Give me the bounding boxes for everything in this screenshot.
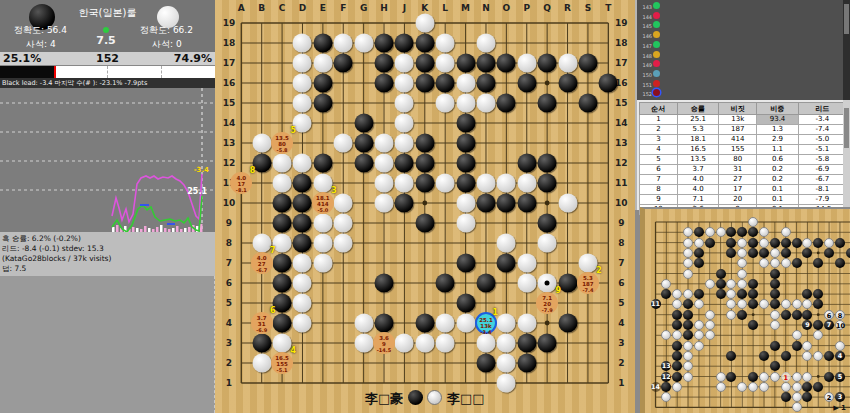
mini-stone xyxy=(726,238,736,248)
white-winrate-pct: 74.9% xyxy=(174,52,212,65)
table-cell: -3.4 xyxy=(798,115,846,125)
white-stone xyxy=(517,174,536,193)
white-stone xyxy=(415,334,434,353)
move-quality-dot xyxy=(653,41,660,48)
table-cell: 18.1 xyxy=(677,135,719,145)
table-header: 비중 xyxy=(757,103,799,115)
white-stone xyxy=(375,154,394,173)
black-stone xyxy=(456,174,475,193)
mini-stone xyxy=(792,402,802,412)
table-cell: 1.3 xyxy=(757,125,799,135)
table-row[interactable]: 84.0170.1-8.1 xyxy=(640,185,847,195)
black-stone xyxy=(436,274,455,293)
info-line: 리드: -8.4 (-0.1) stdev: 15.3 xyxy=(2,244,215,254)
variation-move-4: 4 xyxy=(835,351,845,361)
move-quality-dot xyxy=(653,21,660,28)
mini-stone xyxy=(726,372,736,382)
mini-stone xyxy=(726,351,736,361)
black-stone xyxy=(273,274,292,293)
coord-number-right: 1 xyxy=(618,378,624,388)
coord-number-right: 5 xyxy=(618,298,624,308)
coord-letter: F xyxy=(340,3,346,13)
mini-stone xyxy=(705,279,715,289)
table-cell: 187 xyxy=(719,125,757,135)
mini-stone xyxy=(792,258,802,268)
ai-suggestion-B4[interactable]: 3.731-6.9 6 xyxy=(251,312,273,334)
mini-stone xyxy=(726,289,736,299)
table-cell: 13.5 xyxy=(677,155,719,165)
coord-number-right: 8 xyxy=(618,238,624,248)
white-stone xyxy=(252,134,271,153)
coord-letter: D xyxy=(299,3,306,13)
table-cell: 0.2 xyxy=(757,165,799,175)
mini-stone xyxy=(792,392,802,402)
table-cell: 2 xyxy=(640,125,678,135)
mini-stone xyxy=(737,382,747,392)
ai-suggestion-A11[interactable]: 4.017-8.1 8 xyxy=(230,172,252,194)
mini-stone xyxy=(802,392,812,402)
white-stone xyxy=(293,94,312,113)
mini-stone xyxy=(781,351,791,361)
mini-stone xyxy=(672,351,682,361)
table-cell: 31 xyxy=(719,165,757,175)
table-cell: -7.4 xyxy=(798,125,846,135)
mini-stone xyxy=(748,320,758,330)
black-stone xyxy=(313,74,332,93)
mini-stone xyxy=(813,238,823,248)
mini-stone xyxy=(672,289,682,299)
coord-letter: S xyxy=(585,3,591,13)
graph-lead-label: -3.4 xyxy=(194,166,209,174)
move-quality-dot xyxy=(653,60,660,67)
coord-number-right: 17 xyxy=(615,58,628,68)
mini-stone xyxy=(824,238,834,248)
black-player-name: 李□豪 xyxy=(365,391,403,406)
ai-suggestion-H3[interactable]: 3.69-14.5 xyxy=(373,332,395,354)
mini-stone xyxy=(759,258,769,268)
mini-stone xyxy=(813,289,823,299)
table-cell: 3.7 xyxy=(677,165,719,175)
white-captures: 사석: 0 xyxy=(152,38,182,51)
white-stone xyxy=(334,34,353,53)
black-stone xyxy=(375,54,394,73)
mini-stone xyxy=(705,238,715,248)
move-entry-152[interactable]: 152 xyxy=(639,89,660,99)
white-stone xyxy=(436,94,455,113)
table-row[interactable]: 25.31871.3-7.4 xyxy=(640,125,847,135)
mini-stone xyxy=(737,258,747,268)
winrate-graph-canvas xyxy=(0,88,215,232)
white-stone xyxy=(313,54,332,73)
mini-stone xyxy=(716,289,726,299)
mini-stone xyxy=(661,382,671,392)
komi-dot-icon xyxy=(103,27,109,33)
variation-preview-board[interactable]: 1234567891011121314 ▶ 1 xyxy=(640,207,850,413)
white-accuracy: 정확도: 66.2 xyxy=(140,24,193,37)
mini-stone xyxy=(781,227,791,237)
mini-stone xyxy=(683,372,693,382)
mini-stone xyxy=(726,299,736,309)
mini-stone xyxy=(694,227,704,237)
mini-stone xyxy=(802,372,812,382)
mini-stone xyxy=(694,289,704,299)
white-stone xyxy=(436,34,455,53)
white-stone xyxy=(436,334,455,353)
white-stone xyxy=(497,354,516,373)
black-stone xyxy=(273,214,292,233)
table-cell: 20 xyxy=(719,195,757,205)
winrate-bar-black-fill xyxy=(0,66,54,78)
mini-stone xyxy=(726,248,736,258)
black-stone xyxy=(517,154,536,173)
mini-stone xyxy=(661,330,671,340)
mini-stone xyxy=(824,372,834,382)
mini-stone xyxy=(792,341,802,351)
coord-number-right: 14 xyxy=(615,118,628,128)
table-cell: -7.9 xyxy=(798,195,846,205)
mini-stone xyxy=(770,361,780,371)
mini-stone xyxy=(694,248,704,258)
move-quality-dot xyxy=(653,31,660,38)
move-entry-150[interactable]: 150 xyxy=(639,70,660,80)
analysis-info-text: 흑 승률: 6.2% (-0.2%)리드: -8.4 (-0.1) stdev:… xyxy=(0,232,215,276)
mini-stone xyxy=(683,227,693,237)
mini-stone xyxy=(683,330,693,340)
mini-stone xyxy=(759,372,769,382)
move-quality-dot xyxy=(653,70,660,77)
mini-stone xyxy=(694,330,704,340)
table-cell: 4.0 xyxy=(677,175,719,185)
black-stone xyxy=(538,154,557,173)
black-stone xyxy=(354,114,373,133)
black-stone xyxy=(415,54,434,73)
coord-number-left: 3 xyxy=(226,338,232,348)
table-row[interactable]: 416.51551.1-5.1 xyxy=(640,145,847,155)
coord-number-right: 4 xyxy=(618,318,624,328)
table-cell: 1 xyxy=(640,115,678,125)
ai-suggestion-Q5[interactable]: 7.120-7.9 9 xyxy=(536,292,558,314)
table-cell: 17 xyxy=(719,185,757,195)
move-quality-dot xyxy=(653,51,660,58)
black-stone xyxy=(375,314,394,333)
white-stone xyxy=(395,134,414,153)
black-stone xyxy=(517,334,536,353)
white-stone xyxy=(476,174,495,193)
ai-suggestion-N4[interactable]: 25.113k-3.4 1 xyxy=(475,312,497,334)
winrate-bar-marker xyxy=(54,66,56,78)
mini-stone xyxy=(661,289,671,299)
coord-number-left: 14 xyxy=(223,118,236,128)
mini-stone xyxy=(792,310,802,320)
mini-stone xyxy=(792,372,802,382)
mini-stone xyxy=(672,382,682,392)
table-row[interactable]: 63.7310.2-6.9 xyxy=(640,165,847,175)
mini-stone xyxy=(748,238,758,248)
black-stone xyxy=(538,214,557,233)
white-stone xyxy=(293,294,312,313)
winbar-75pct-line xyxy=(161,66,162,78)
coord-number-right: 7 xyxy=(618,258,624,268)
table-row[interactable]: 97.1200.1-7.9 xyxy=(640,195,847,205)
coord-number-right: 11 xyxy=(615,178,628,188)
black-stone xyxy=(538,334,557,353)
black-stone xyxy=(456,114,475,133)
mini-stone xyxy=(792,299,802,309)
white-stone xyxy=(395,54,414,73)
black-stone xyxy=(273,194,292,213)
black-stone xyxy=(476,54,495,73)
mini-stone xyxy=(770,320,780,330)
black-stone xyxy=(313,34,332,53)
mini-stone xyxy=(846,248,850,258)
mini-stone xyxy=(748,279,758,289)
white-stone xyxy=(293,274,312,293)
white-stone xyxy=(293,314,312,333)
coord-letter: K xyxy=(421,3,428,13)
table-cell: 27 xyxy=(719,175,757,185)
move-quality-list[interactable]: 143144145146147148149150151152 xyxy=(635,0,850,100)
black-stone xyxy=(456,294,475,313)
variation-move-3: 3 xyxy=(835,392,845,402)
black-stone xyxy=(375,274,394,293)
left-panel-filler xyxy=(0,276,215,413)
black-stone xyxy=(415,314,434,333)
mini-stone xyxy=(813,351,823,361)
mini-stone xyxy=(716,372,726,382)
white-stone xyxy=(313,234,332,253)
mini-stone xyxy=(716,269,726,279)
black-stone xyxy=(375,74,394,93)
winrate-bar[interactable] xyxy=(0,65,215,78)
table-row[interactable]: 74.0270.2-6.7 xyxy=(640,175,847,185)
coord-number-left: 6 xyxy=(226,278,232,288)
white-stone xyxy=(354,314,373,333)
move-entry-144[interactable]: 144 xyxy=(639,12,660,22)
black-stone xyxy=(293,234,312,253)
mini-stone xyxy=(770,269,780,279)
table-cell: -5.8 xyxy=(798,155,846,165)
black-stone xyxy=(558,314,577,333)
mini-stone xyxy=(835,238,845,248)
move-entry-148[interactable]: 148 xyxy=(639,51,660,61)
white-stone xyxy=(497,234,516,253)
ai-suggestion-C2[interactable]: 16.5155-5.1 4 xyxy=(271,352,293,374)
table-row[interactable]: 318.14142.9-5.0 xyxy=(640,135,847,145)
table-row[interactable]: 513.5800.6-5.8 xyxy=(640,155,847,165)
rule-label: 한국(일본)룰 xyxy=(0,6,215,20)
coord-number-right: 10 xyxy=(615,198,628,208)
black-stone xyxy=(476,354,495,373)
coord-letter: J xyxy=(403,3,406,13)
table-cell: -5.1 xyxy=(798,145,846,155)
black-stone xyxy=(538,174,557,193)
mini-stone xyxy=(813,382,823,392)
move-entry-147[interactable]: 147 xyxy=(639,41,660,51)
mini-stone xyxy=(770,238,780,248)
white-stone xyxy=(415,14,434,33)
coord-letter: Q xyxy=(543,3,551,13)
players-header: 한국(일본)룰 정확도: 56.4 정확도: 66.2 사석: 4 7.5 사석… xyxy=(0,0,215,52)
white-stone xyxy=(395,114,414,133)
mini-stone xyxy=(835,258,845,268)
mini-stone xyxy=(705,330,715,340)
black-stone xyxy=(415,214,434,233)
coord-number-left: 18 xyxy=(223,38,236,48)
variation-move-2: 2 xyxy=(824,392,834,402)
mini-stone xyxy=(672,341,682,351)
mini-stone xyxy=(802,238,812,248)
mini-stone xyxy=(737,289,747,299)
black-stone xyxy=(415,154,434,173)
black-stone xyxy=(476,194,495,213)
variation-move-14: 14 xyxy=(651,382,661,392)
white-stone xyxy=(293,154,312,173)
black-stone xyxy=(578,94,597,113)
white-stone xyxy=(273,154,292,173)
white-stone xyxy=(456,194,475,213)
black-stone xyxy=(273,254,292,273)
mini-stone xyxy=(759,248,769,258)
mini-stone xyxy=(824,248,834,258)
coord-letter: M xyxy=(461,3,470,13)
variation-move-5: 5 xyxy=(835,372,845,382)
mini-stone xyxy=(748,227,758,237)
white-stone xyxy=(456,314,475,333)
table-cell: 80 xyxy=(719,155,757,165)
black-stone xyxy=(395,194,414,213)
white-stone xyxy=(456,214,475,233)
mini-stone xyxy=(824,351,834,361)
movelist-scrollbar[interactable] xyxy=(843,0,850,100)
move-entry-145[interactable]: 145 xyxy=(639,21,660,31)
coord-number-left: 1 xyxy=(226,378,232,388)
mini-stone xyxy=(694,258,704,268)
black-stone xyxy=(313,94,332,113)
black-stone xyxy=(599,74,618,93)
black-stone xyxy=(517,354,536,373)
mini-stone xyxy=(813,330,823,340)
white-stone xyxy=(293,74,312,93)
variation-move-10: 10 xyxy=(835,320,845,330)
white-stone xyxy=(293,254,312,273)
mini-stone xyxy=(770,279,780,289)
mini-stone xyxy=(672,299,682,309)
coord-number-right: 18 xyxy=(615,38,628,48)
mini-stone xyxy=(694,341,704,351)
black-stone xyxy=(456,134,475,153)
mini-stone xyxy=(737,299,747,309)
white-stone xyxy=(334,234,353,253)
ai-suggestion-B7[interactable]: 4.027-6.7 7 xyxy=(251,252,273,274)
move-entry-143[interactable]: 143 xyxy=(639,2,660,12)
table-row[interactable]: 125.113k93.4-3.4 xyxy=(640,115,847,125)
black-stone xyxy=(395,154,414,173)
mini-stone xyxy=(683,361,693,371)
black-stone xyxy=(578,54,597,73)
table-cell: 7 xyxy=(640,175,678,185)
table-cell: 0.1 xyxy=(757,185,799,195)
black-stone xyxy=(415,34,434,53)
mini-stone xyxy=(781,299,791,309)
coord-letter: C xyxy=(279,3,286,13)
table-scrollbar[interactable] xyxy=(843,100,850,210)
ai-suggestion-E10[interactable]: 18.1414-5.0 3 xyxy=(312,192,334,214)
candidate-moves-table[interactable]: 순서승률비짓비중리드125.113k93.4-3.425.31871.3-7.4… xyxy=(635,100,850,210)
mini-stone xyxy=(813,299,823,309)
mini-stone xyxy=(683,289,693,299)
coord-number-right: 12 xyxy=(615,158,628,168)
coord-number-right: 2 xyxy=(618,358,624,368)
mini-stone xyxy=(770,289,780,299)
white-stone xyxy=(517,54,536,73)
mini-stone xyxy=(759,227,769,237)
white-stone xyxy=(293,54,312,73)
coord-number-left: 2 xyxy=(226,358,232,368)
table-header: 승률 xyxy=(677,103,719,115)
coord-letter: H xyxy=(380,3,388,13)
table-cell: 3 xyxy=(640,135,678,145)
mini-stone xyxy=(759,299,769,309)
table-cell: -6.7 xyxy=(798,175,846,185)
black-stone xyxy=(517,74,536,93)
black-stone xyxy=(415,174,434,193)
coord-letter: N xyxy=(482,3,490,13)
mini-stone xyxy=(683,248,693,258)
mini-stone xyxy=(770,372,780,382)
move-entry-146[interactable]: 146 xyxy=(639,31,660,41)
mini-stone xyxy=(802,248,812,258)
main-go-board[interactable]: ABCDEFGHJKLMNOPQRST191918181717161615151… xyxy=(215,0,635,413)
black-stone xyxy=(252,334,271,353)
move-entry-149[interactable]: 149 xyxy=(639,60,660,70)
white-stone xyxy=(313,174,332,193)
black-stone xyxy=(415,134,434,153)
table-cell: 9 xyxy=(640,195,678,205)
coord-number-left: 17 xyxy=(223,58,236,68)
winbar-50pct-line xyxy=(107,66,108,78)
table-header: 비짓 xyxy=(719,103,757,115)
mini-stone xyxy=(694,238,704,248)
table-header: 순서 xyxy=(640,103,678,115)
white-stone xyxy=(578,254,597,273)
mini-stone xyxy=(672,372,682,382)
mini-stone xyxy=(748,289,758,299)
mini-stone xyxy=(694,299,704,309)
white-stone xyxy=(517,314,536,333)
mini-stone xyxy=(694,320,704,330)
coord-number-left: 10 xyxy=(223,198,236,208)
mini-stone xyxy=(716,227,726,237)
variation-move-11: 11 xyxy=(651,299,661,309)
winrate-graph[interactable]: -3.4 25.1 xyxy=(0,88,215,232)
mini-stone xyxy=(792,238,802,248)
move-quality-dot xyxy=(653,2,660,9)
table-cell: 93.4 xyxy=(757,115,799,125)
mini-stone xyxy=(802,341,812,351)
white-stone xyxy=(395,94,414,113)
white-stone xyxy=(334,194,353,213)
variation-move-12: 12 xyxy=(661,372,671,382)
variation-nav-label[interactable]: ▶ 1 xyxy=(833,404,846,412)
mini-stone xyxy=(672,320,682,330)
mini-stone xyxy=(705,310,715,320)
winrate-strip: 25.1% 152 74.9% xyxy=(0,52,215,65)
ai-suggestion-C13[interactable]: 13.580-5.8 5 xyxy=(271,132,293,154)
move-entry-151[interactable]: 151 xyxy=(639,80,660,90)
black-stone xyxy=(395,34,414,53)
white-player-name: 李□□ xyxy=(447,391,485,406)
ai-suggestion-S6[interactable]: 5.3187-7.4 2 xyxy=(577,272,599,294)
